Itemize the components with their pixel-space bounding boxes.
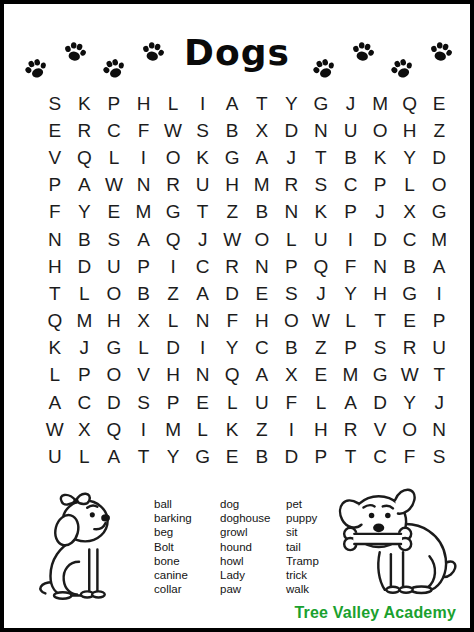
grid-cell[interactable]: L [217, 389, 247, 416]
grid-cell[interactable]: D [70, 253, 100, 280]
grid-cell[interactable]: X [70, 416, 100, 443]
grid-cell[interactable]: B [395, 253, 425, 280]
grid-cell[interactable]: Z [247, 416, 277, 443]
grid-cell[interactable]: G [99, 335, 129, 362]
word-list-item: bone [154, 554, 220, 568]
grid-cell[interactable]: A [129, 226, 159, 253]
grid-cell[interactable]: H [395, 117, 425, 144]
grid-cell[interactable]: P [424, 308, 454, 335]
grid-cell[interactable]: K [40, 335, 70, 362]
grid-cell[interactable]: Q [306, 253, 336, 280]
grid-cell[interactable]: S [99, 226, 129, 253]
grid-cell[interactable]: Z [424, 117, 454, 144]
grid-cell[interactable]: I [158, 253, 188, 280]
grid-cell[interactable]: B [217, 117, 247, 144]
word-list-item: dog [220, 497, 286, 511]
grid-cell[interactable]: J [70, 335, 100, 362]
grid-cell[interactable]: L [99, 144, 129, 171]
grid-cell[interactable]: Q [217, 362, 247, 389]
grid-cell[interactable]: M [70, 308, 100, 335]
grid-cell[interactable]: J [336, 90, 366, 117]
grid-cell[interactable]: M [365, 90, 395, 117]
grid-cell[interactable]: O [158, 144, 188, 171]
grid-cell[interactable]: E [424, 90, 454, 117]
grid-cell[interactable]: C [336, 172, 366, 199]
grid-cell[interactable]: A [424, 253, 454, 280]
grid-cell[interactable]: U [188, 172, 218, 199]
grid-cell[interactable]: O [99, 280, 129, 307]
grid-cell[interactable]: L [188, 416, 218, 443]
grid-cell[interactable]: H [365, 280, 395, 307]
grid-cell[interactable]: D [365, 226, 395, 253]
worksheet-page: Dogs SKPHLIATYGJMQEERCFWSBXDNUOHZVQLIOKG… [0, 0, 474, 632]
grid-cell[interactable]: L [158, 308, 188, 335]
grid-cell[interactable]: C [70, 389, 100, 416]
grid-cell[interactable]: N [188, 308, 218, 335]
grid-cell[interactable]: Y [158, 443, 188, 470]
grid-cell[interactable]: O [395, 416, 425, 443]
grid-cell[interactable]: P [40, 172, 70, 199]
grid-cell[interactable]: G [217, 144, 247, 171]
grid-cell[interactable]: D [99, 389, 129, 416]
word-list-item: canine [154, 568, 220, 582]
grid-cell[interactable]: A [247, 144, 277, 171]
grid-cell[interactable]: N [40, 226, 70, 253]
grid-cell[interactable]: E [247, 280, 277, 307]
grid-cell[interactable]: F [40, 199, 70, 226]
grid-cell[interactable]: S [277, 280, 307, 307]
grid-cell[interactable]: S [188, 117, 218, 144]
grid-cell[interactable]: B [129, 280, 159, 307]
word-list-item: paw [220, 582, 286, 596]
grid-cell[interactable]: O [365, 117, 395, 144]
grid-cell[interactable]: A [188, 280, 218, 307]
word-list-column: dogdoghousegrowlhoundhowlLadypaw [220, 497, 286, 596]
grid-cell[interactable]: W [99, 172, 129, 199]
grid-cell[interactable]: L [129, 335, 159, 362]
grid-cell[interactable]: I [424, 280, 454, 307]
grid-cell[interactable]: Z [306, 335, 336, 362]
grid-cell[interactable]: L [306, 389, 336, 416]
grid-cell[interactable]: U [99, 253, 129, 280]
grid-cell[interactable]: C [247, 335, 277, 362]
grid-cell[interactable]: L [277, 226, 307, 253]
grid-cell[interactable]: G [365, 362, 395, 389]
grid-cell[interactable]: L [40, 362, 70, 389]
grid-cell[interactable]: N [424, 416, 454, 443]
word-list: ballbarkingbegBoltbonecaninecollar dogdo… [154, 497, 319, 596]
grid-cell[interactable]: X [277, 362, 307, 389]
grid-cell[interactable]: P [99, 90, 129, 117]
grid-cell[interactable]: B [336, 144, 366, 171]
grid-cell[interactable]: N [277, 199, 307, 226]
grid-cell[interactable]: E [99, 199, 129, 226]
grid-cell[interactable]: N [247, 253, 277, 280]
grid-cell[interactable]: U [247, 389, 277, 416]
grid-cell[interactable]: P [158, 389, 188, 416]
grid-cell[interactable]: A [217, 90, 247, 117]
grid-cell[interactable]: Y [395, 144, 425, 171]
grid-cell[interactable]: E [40, 117, 70, 144]
grid-cell[interactable]: D [365, 389, 395, 416]
grid-cell[interactable]: G [158, 199, 188, 226]
grid-cell[interactable]: P [277, 253, 307, 280]
grid-cell[interactable]: C [395, 226, 425, 253]
grid-cell[interactable]: E [395, 308, 425, 335]
word-list-item: tail [286, 540, 319, 554]
word-list-item: trick [286, 568, 319, 582]
grid-cell[interactable]: P [70, 362, 100, 389]
grid-cell[interactable]: S [306, 172, 336, 199]
grid-cell[interactable]: F [277, 389, 307, 416]
grid-cell[interactable]: Z [158, 280, 188, 307]
grid-cell[interactable]: S [40, 90, 70, 117]
grid-cell[interactable]: B [70, 226, 100, 253]
grid-cell[interactable]: B [277, 335, 307, 362]
grid-cell[interactable]: U [40, 443, 70, 470]
grid-cell[interactable]: J [424, 389, 454, 416]
grid-cell[interactable]: Q [395, 90, 425, 117]
grid-cell[interactable]: D [277, 117, 307, 144]
grid-cell[interactable]: Q [99, 416, 129, 443]
word-list-column: ballbarkingbegBoltbonecaninecollar [154, 497, 220, 596]
grid-cell[interactable]: X [129, 308, 159, 335]
grid-cell[interactable]: J [365, 199, 395, 226]
grid-cell[interactable]: Q [158, 226, 188, 253]
grid-cell[interactable]: D [158, 335, 188, 362]
grid-cell[interactable]: I [129, 416, 159, 443]
grid-cell[interactable]: T [336, 443, 366, 470]
word-list-column: petpuppysittailTramptrickwalk [286, 497, 319, 596]
grid-cell[interactable]: A [40, 389, 70, 416]
grid-cell[interactable]: R [158, 172, 188, 199]
grid-cell[interactable]: W [217, 226, 247, 253]
grid-cell[interactable]: V [40, 144, 70, 171]
word-list-item: growl [220, 525, 286, 539]
grid-cell[interactable]: Y [277, 90, 307, 117]
grid-cell[interactable]: P [306, 443, 336, 470]
grid-cell[interactable]: X [395, 199, 425, 226]
grid-cell[interactable]: M [336, 362, 366, 389]
grid-cell[interactable]: U [336, 117, 366, 144]
grid-cell[interactable]: H [247, 308, 277, 335]
grid-cell[interactable]: F [217, 308, 247, 335]
grid-cell[interactable]: T [40, 280, 70, 307]
grid-cell[interactable]: S [365, 335, 395, 362]
grid-cell[interactable]: U [306, 226, 336, 253]
word-list-item: Bolt [154, 540, 220, 554]
branding-text: Tree Valley Academy [4, 604, 456, 622]
grid-cell[interactable]: G [188, 443, 218, 470]
grid-cell[interactable]: R [70, 117, 100, 144]
grid-cell[interactable]: O [99, 362, 129, 389]
grid-cell[interactable]: O [424, 172, 454, 199]
grid-cell[interactable]: K [217, 416, 247, 443]
word-grid: SKPHLIATYGJMQEERCFWSBXDNUOHZVQLIOKGAJTBK… [40, 90, 454, 471]
grid-cell[interactable]: H [306, 416, 336, 443]
word-list-item: pet [286, 497, 319, 511]
grid-cell[interactable]: D [217, 280, 247, 307]
word-list-item: ball [154, 497, 220, 511]
grid-cell[interactable]: T [129, 443, 159, 470]
grid-cell[interactable]: K [188, 144, 218, 171]
grid-cell[interactable]: L [70, 280, 100, 307]
grid-cell[interactable]: L [336, 308, 366, 335]
grid-cell[interactable]: A [247, 362, 277, 389]
grid-cell[interactable]: Y [70, 199, 100, 226]
grid-cell[interactable]: M [424, 226, 454, 253]
grid-cell[interactable]: P [336, 199, 366, 226]
grid-cell[interactable]: H [158, 362, 188, 389]
grid-cell[interactable]: B [247, 199, 277, 226]
grid-cell[interactable]: Y [217, 335, 247, 362]
word-list-item: Lady [220, 568, 286, 582]
grid-cell[interactable]: L [395, 172, 425, 199]
grid-cell[interactable]: F [395, 443, 425, 470]
grid-cell[interactable]: G [424, 199, 454, 226]
grid-cell[interactable]: J [277, 144, 307, 171]
paw-print-icon [308, 53, 339, 84]
grid-cell[interactable]: P [365, 172, 395, 199]
grid-cell[interactable]: H [217, 172, 247, 199]
grid-cell[interactable]: I [188, 90, 218, 117]
grid-cell[interactable]: P [129, 253, 159, 280]
puppy-with-bow-illustration [26, 487, 128, 607]
grid-cell[interactable]: N [365, 253, 395, 280]
grid-cell[interactable]: G [306, 90, 336, 117]
grid-cell[interactable]: G [395, 280, 425, 307]
grid-cell[interactable]: N [129, 172, 159, 199]
grid-cell[interactable]: I [336, 226, 366, 253]
grid-cell[interactable]: N [188, 362, 218, 389]
grid-cell[interactable]: W [40, 416, 70, 443]
word-list-item: barking [154, 511, 220, 525]
grid-cell[interactable]: I [129, 144, 159, 171]
grid-cell[interactable]: O [277, 308, 307, 335]
word-list-item: collar [154, 582, 220, 596]
grid-cell[interactable]: F [129, 117, 159, 144]
grid-cell[interactable]: S [424, 443, 454, 470]
grid-cell[interactable]: M [158, 416, 188, 443]
grid-cell[interactable]: Q [40, 308, 70, 335]
grid-cell[interactable]: J [306, 280, 336, 307]
grid-cell[interactable]: M [247, 172, 277, 199]
grid-cell[interactable]: W [158, 117, 188, 144]
grid-cell[interactable]: H [129, 90, 159, 117]
grid-cell[interactable]: T [247, 90, 277, 117]
grid-cell[interactable]: L [70, 443, 100, 470]
word-list-item: doghouse [220, 511, 286, 525]
grid-cell[interactable]: T [188, 199, 218, 226]
grid-cell[interactable]: I [277, 416, 307, 443]
grid-cell[interactable]: J [188, 226, 218, 253]
grid-cell[interactable]: Z [217, 199, 247, 226]
grid-cell[interactable]: M [129, 199, 159, 226]
paw-print-icon [427, 38, 455, 66]
grid-cell[interactable]: F [336, 253, 366, 280]
grid-cell[interactable]: V [365, 416, 395, 443]
grid-cell[interactable]: A [336, 389, 366, 416]
grid-cell[interactable]: A [70, 172, 100, 199]
grid-cell[interactable]: S [129, 389, 159, 416]
grid-cell[interactable]: W [306, 308, 336, 335]
grid-cell[interactable]: O [247, 226, 277, 253]
grid-cell[interactable]: L [158, 90, 188, 117]
grid-cell[interactable]: K [365, 144, 395, 171]
grid-cell[interactable]: T [306, 144, 336, 171]
word-list-item: Tramp [286, 554, 319, 568]
grid-cell[interactable]: T [424, 362, 454, 389]
grid-cell[interactable]: Y [395, 389, 425, 416]
word-list-item: howl [220, 554, 286, 568]
word-list-item: puppy [286, 511, 319, 525]
grid-cell[interactable]: B [247, 443, 277, 470]
grid-cell[interactable]: R [395, 335, 425, 362]
paw-print-icon [386, 53, 417, 84]
grid-cell[interactable]: X [247, 117, 277, 144]
word-list-item: sit [286, 525, 319, 539]
grid-cell[interactable]: D [277, 443, 307, 470]
grid-cell[interactable]: W [395, 362, 425, 389]
grid-cell[interactable]: C [365, 443, 395, 470]
grid-cell[interactable]: R [217, 253, 247, 280]
word-list-item: walk [286, 582, 319, 596]
word-list-item: beg [154, 525, 220, 539]
grid-cell[interactable]: V [129, 362, 159, 389]
grid-cell[interactable]: R [336, 416, 366, 443]
grid-cell[interactable]: Y [336, 280, 366, 307]
grid-cell[interactable]: E [217, 443, 247, 470]
grid-cell[interactable]: H [99, 308, 129, 335]
grid-cell[interactable]: R [277, 172, 307, 199]
paw-print-icon [349, 38, 377, 66]
puppy-with-bone-illustration [334, 483, 464, 603]
grid-cell[interactable]: K [306, 199, 336, 226]
grid-cell[interactable]: C [99, 117, 129, 144]
grid-cell[interactable]: K [70, 90, 100, 117]
grid-cell[interactable]: I [188, 335, 218, 362]
grid-cell[interactable]: U [424, 335, 454, 362]
grid-cell[interactable]: E [306, 362, 336, 389]
grid-cell[interactable]: N [306, 117, 336, 144]
grid-cell[interactable]: A [99, 443, 129, 470]
grid-cell[interactable]: C [188, 253, 218, 280]
word-list-item: hound [220, 540, 286, 554]
grid-cell[interactable]: T [365, 308, 395, 335]
paw-prints-right [312, 40, 453, 81]
grid-cell[interactable]: H [40, 253, 70, 280]
grid-cell[interactable]: E [188, 389, 218, 416]
grid-cell[interactable]: P [336, 335, 366, 362]
grid-cell[interactable]: Q [70, 144, 100, 171]
grid-cell[interactable]: D [424, 144, 454, 171]
